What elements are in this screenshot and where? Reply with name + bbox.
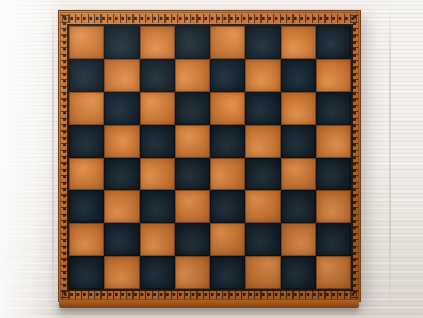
square-c7 (140, 59, 175, 92)
square-a1 (69, 256, 104, 289)
border-ornament-top (62, 14, 357, 23)
square-d8 (175, 26, 210, 59)
square-h7 (316, 59, 351, 92)
square-e2 (210, 223, 245, 256)
square-d4 (175, 158, 210, 191)
square-b7 (104, 59, 139, 92)
chessboard (58, 10, 361, 308)
table-plank-seam (52, 0, 54, 318)
square-e6 (210, 92, 245, 125)
square-a6 (69, 92, 104, 125)
square-h6 (316, 92, 351, 125)
square-b6 (104, 92, 139, 125)
square-d5 (175, 125, 210, 158)
square-d2 (175, 223, 210, 256)
square-d1 (175, 256, 210, 289)
table-plank-seam (389, 0, 391, 318)
square-f4 (245, 158, 280, 191)
square-e5 (210, 125, 245, 158)
square-b1 (104, 256, 139, 289)
square-c1 (140, 256, 175, 289)
square-h8 (316, 26, 351, 59)
square-a4 (69, 158, 104, 191)
border-ornament-right (351, 14, 358, 298)
square-g7 (281, 59, 316, 92)
square-b3 (104, 190, 139, 223)
square-h4 (316, 158, 351, 191)
board-squares (69, 26, 351, 289)
square-e7 (210, 59, 245, 92)
square-f7 (245, 59, 280, 92)
square-e4 (210, 158, 245, 191)
square-b5 (104, 125, 139, 158)
square-c4 (140, 158, 175, 191)
square-h5 (316, 125, 351, 158)
square-g3 (281, 190, 316, 223)
square-g1 (281, 256, 316, 289)
square-e3 (210, 190, 245, 223)
border-ornament-bottom (62, 290, 357, 299)
square-f6 (245, 92, 280, 125)
square-f3 (245, 190, 280, 223)
square-b2 (104, 223, 139, 256)
square-h2 (316, 223, 351, 256)
square-h1 (316, 256, 351, 289)
square-f8 (245, 26, 280, 59)
square-f2 (245, 223, 280, 256)
square-b8 (104, 26, 139, 59)
square-c5 (140, 125, 175, 158)
chessboard-face (58, 10, 361, 302)
square-g8 (281, 26, 316, 59)
square-b4 (104, 158, 139, 191)
square-c8 (140, 26, 175, 59)
square-c6 (140, 92, 175, 125)
square-g4 (281, 158, 316, 191)
square-a5 (69, 125, 104, 158)
square-a7 (69, 59, 104, 92)
square-g6 (281, 92, 316, 125)
board-bottom-edge (59, 300, 359, 308)
square-d6 (175, 92, 210, 125)
square-e8 (210, 26, 245, 59)
photo-scene (0, 0, 423, 318)
square-f5 (245, 125, 280, 158)
border-ornament-left (61, 14, 68, 298)
square-c2 (140, 223, 175, 256)
square-d7 (175, 59, 210, 92)
square-f1 (245, 256, 280, 289)
square-a2 (69, 223, 104, 256)
square-g5 (281, 125, 316, 158)
square-g2 (281, 223, 316, 256)
square-h3 (316, 190, 351, 223)
square-e1 (210, 256, 245, 289)
square-a3 (69, 190, 104, 223)
square-d3 (175, 190, 210, 223)
square-c3 (140, 190, 175, 223)
square-a8 (69, 26, 104, 59)
